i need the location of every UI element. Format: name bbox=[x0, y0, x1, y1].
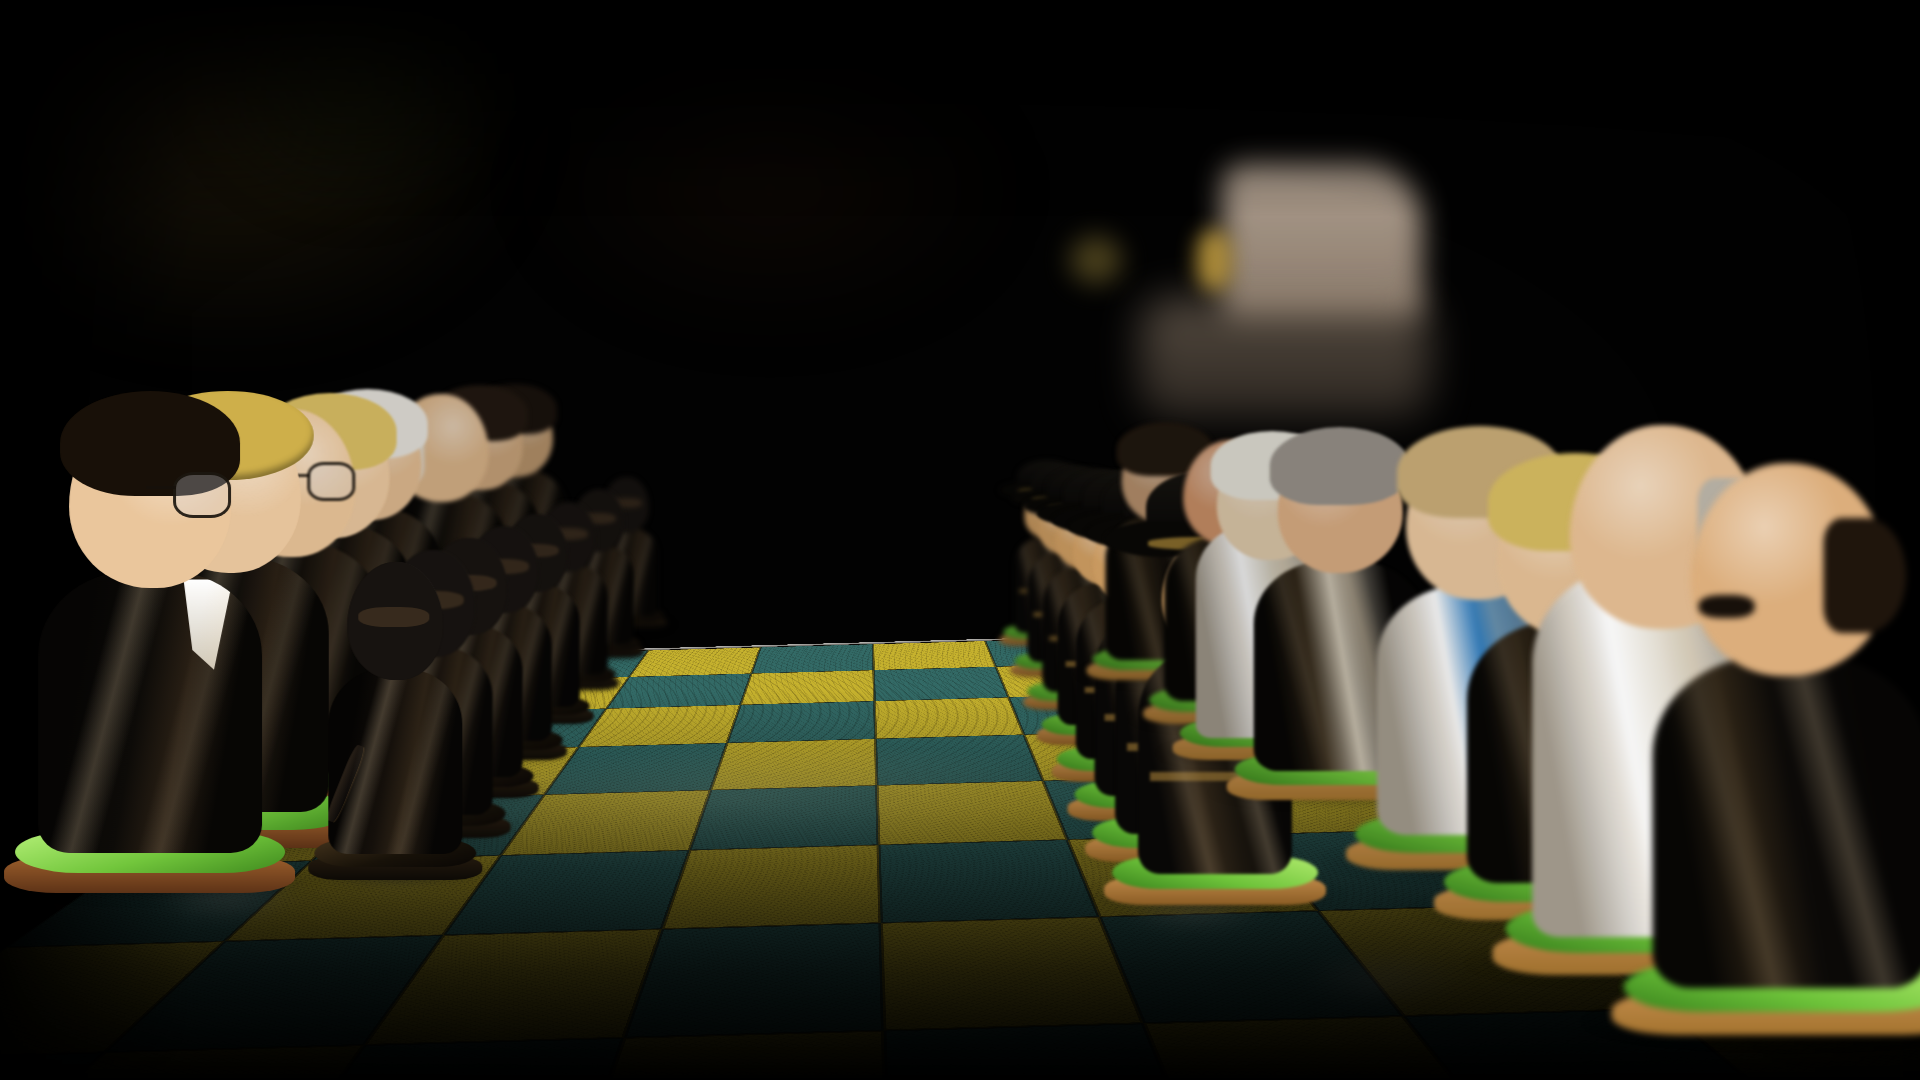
black-rook-figurine-slot1 bbox=[20, 328, 280, 893]
black-pawn-figurine-1 bbox=[317, 510, 472, 880]
white-shirt bbox=[184, 579, 233, 669]
mustache bbox=[1699, 595, 1754, 618]
figure-hair bbox=[1824, 518, 1907, 633]
photo-scene bbox=[0, 0, 1920, 1080]
reflection-spot bbox=[1300, 950, 1470, 1010]
balaclava-mask bbox=[347, 562, 443, 680]
figure-body bbox=[328, 669, 462, 854]
figure-head bbox=[347, 562, 443, 680]
figure-head bbox=[1691, 463, 1889, 676]
figure-body bbox=[1653, 656, 1920, 989]
figure-head bbox=[69, 407, 230, 588]
white-rook-figurine-slot1 bbox=[1630, 370, 1920, 1035]
glasses bbox=[173, 472, 231, 518]
rifle bbox=[328, 744, 366, 824]
figure-body bbox=[38, 571, 262, 854]
